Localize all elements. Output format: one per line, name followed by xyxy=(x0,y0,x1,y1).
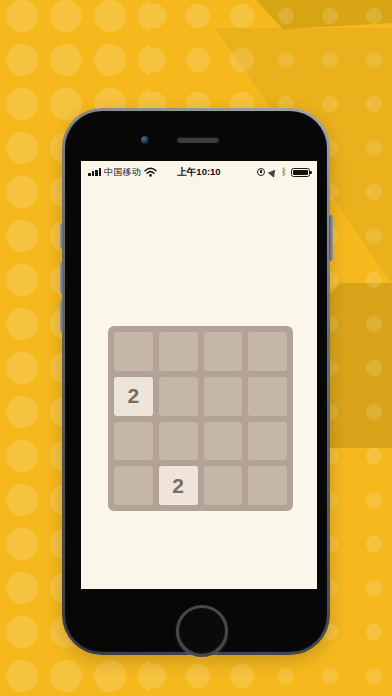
home-button xyxy=(176,605,228,657)
status-bar: 中国移动 上午10:10 ᛒ xyxy=(81,161,317,183)
phone-frame: 中国移动 上午10:10 ᛒ 22 xyxy=(62,108,330,655)
mute-switch xyxy=(60,223,64,249)
rotation-lock-icon xyxy=(257,168,265,176)
tile-2: 2 xyxy=(114,377,153,416)
wifi-icon xyxy=(144,167,157,177)
front-camera-icon xyxy=(141,136,149,144)
board-cell-r4c4 xyxy=(248,466,287,505)
status-bar-left: 中国移动 xyxy=(88,166,157,179)
board-cell-r1c2 xyxy=(159,332,198,371)
board-cell-r1c1 xyxy=(114,332,153,371)
board-cell-r2c1: 2 xyxy=(114,377,153,416)
board-cell-r3c1 xyxy=(114,422,153,461)
board-cell-r1c4 xyxy=(248,332,287,371)
board-cell-r3c4 xyxy=(248,422,287,461)
status-bar-right: ᛒ xyxy=(257,167,310,177)
phone-bezel: 中国移动 上午10:10 ᛒ 22 xyxy=(65,111,327,652)
background-shape-top-band xyxy=(0,0,392,30)
bluetooth-icon: ᛒ xyxy=(281,167,287,177)
board-cell-r3c2 xyxy=(159,422,198,461)
location-arrow-icon xyxy=(268,167,279,177)
volume-up-button xyxy=(60,262,64,294)
cellular-signal-icon xyxy=(88,168,101,176)
board-cell-r2c3 xyxy=(204,377,243,416)
board-cell-r1c3 xyxy=(204,332,243,371)
carrier-label: 中国移动 xyxy=(104,166,141,179)
volume-down-button xyxy=(60,300,64,332)
board-cell-r3c3 xyxy=(204,422,243,461)
board-cell-r4c2: 2 xyxy=(159,466,198,505)
board-cell-r2c2 xyxy=(159,377,198,416)
screen: 中国移动 上午10:10 ᛒ 22 xyxy=(81,161,317,589)
game-board[interactable]: 22 xyxy=(108,326,293,511)
earpiece-speaker xyxy=(177,137,219,143)
board-cell-r4c1 xyxy=(114,466,153,505)
power-button xyxy=(329,215,333,261)
board-cell-r4c3 xyxy=(204,466,243,505)
page-background: { "game": "2048", "position": "0000|2000… xyxy=(0,0,392,696)
tile-2: 2 xyxy=(159,466,198,505)
board-cell-r2c4 xyxy=(248,377,287,416)
battery-icon xyxy=(291,168,310,177)
